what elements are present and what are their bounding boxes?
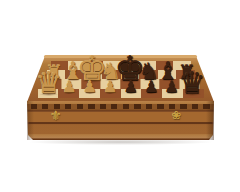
board-square — [173, 61, 191, 70]
board-square — [121, 61, 139, 70]
board-square — [65, 70, 84, 79]
box-right-end-shade — [206, 101, 214, 140]
board-square — [121, 89, 142, 99]
board-square — [176, 70, 195, 79]
board-square — [38, 89, 59, 99]
board-square — [51, 61, 69, 70]
board-square — [58, 89, 79, 99]
board-square — [68, 61, 86, 70]
board-square — [84, 70, 103, 79]
board-square — [103, 61, 121, 70]
board-square — [156, 61, 174, 70]
board-square — [140, 79, 160, 89]
board-rank — [42, 79, 199, 89]
board-square — [139, 70, 158, 79]
board-square — [102, 70, 121, 79]
board-square — [160, 79, 180, 89]
board-square — [42, 79, 62, 89]
board-square — [183, 89, 204, 99]
brass-clasp-icon: ⚜ — [50, 109, 62, 122]
board-square — [47, 70, 66, 79]
product-photo: ⚜ ❀ ♜♝♚♞♚♞♝♜♛♟♟♟♟♟♟♛ — [0, 0, 240, 192]
board-square — [162, 89, 183, 99]
lid-back-edge-highlight — [44, 55, 197, 58]
board-square — [179, 79, 199, 89]
board-square — [100, 89, 121, 99]
board-rank — [51, 61, 191, 70]
board-square — [62, 79, 82, 89]
board-square — [138, 61, 156, 70]
board-square — [79, 89, 100, 99]
box-left-end-shade — [27, 101, 34, 140]
board-square — [121, 79, 141, 89]
board-square — [158, 70, 177, 79]
board-square — [121, 70, 140, 79]
board-rank — [47, 70, 195, 79]
board-square — [81, 79, 101, 89]
board-square — [141, 89, 162, 99]
brass-clasp-icon: ❀ — [172, 110, 181, 121]
board-square — [101, 79, 121, 89]
board-rank — [38, 89, 204, 99]
board-square — [86, 61, 104, 70]
